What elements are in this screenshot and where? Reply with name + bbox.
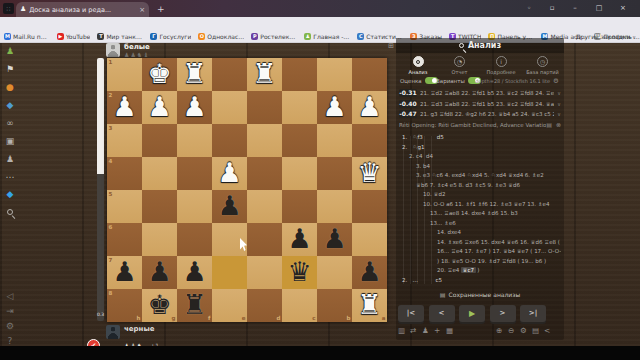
square-b1[interactable] — [317, 58, 352, 91]
white-pawn[interactable]: ♟ — [142, 91, 177, 124]
toggle-label: Оценка — [400, 78, 422, 84]
black-king[interactable]: ♚ — [142, 289, 177, 322]
bookmark-label: Госуслуги — [159, 33, 191, 40]
square-h4[interactable]: 4 — [107, 157, 142, 190]
tab-label: База партий — [522, 69, 564, 75]
white-king[interactable]: ♚ — [142, 58, 177, 91]
engine-label: depth=28 / Stockfish 16.1 lite — [470, 78, 550, 84]
bookmark-favicon: M — [4, 33, 11, 40]
move-tree-row[interactable]: 20. ♖e4 ♕c7 ) — [398, 266, 561, 276]
move-tree-row[interactable]: 1. ♘f3 d5 — [398, 133, 561, 143]
engine-eval: -0.47 — [399, 110, 417, 118]
square-f8[interactable]: f♜ — [177, 289, 212, 322]
bookmark-favicon: Р — [251, 33, 258, 40]
bookmark-item[interactable]: MMail.Ru почта — [4, 33, 50, 40]
engine-eval: -0.31 — [399, 89, 417, 97]
bookmark-item[interactable]: РРостелеком — [251, 33, 297, 40]
engine-line-2[interactable]: -0.4021. ♖d3 ♖ab8 22. ♖fd1 b5 23. ♕c2 ♖f… — [399, 99, 561, 109]
white-captured-pieces: ♟♟♞♝ — [124, 51, 150, 58]
square-b2[interactable]: ♟ — [317, 91, 352, 124]
square-a1[interactable] — [352, 58, 387, 91]
analysis-title: Анализ — [468, 41, 501, 50]
save-icon[interactable]: ▤ — [532, 326, 539, 335]
square-e1[interactable] — [212, 58, 247, 91]
bookmark-favicon: Т — [97, 33, 104, 40]
black-queen[interactable]: ♛ — [282, 256, 317, 289]
sidebar-watch-icon[interactable]: ∞ — [0, 118, 20, 128]
bookmark-label: Ростелеком — [260, 33, 297, 40]
black-pawn[interactable]: ♟ — [107, 256, 142, 289]
evaluation-bar-white — [97, 58, 104, 174]
close-button[interactable]: × — [617, 2, 629, 15]
file-label: h — [137, 315, 141, 321]
chess-board[interactable]: 1♚♜♜2♟♟♟♟♟34♟♛5♟6♟♟7♟♟♟♛♟8hg♚f♜edcba♜ — [107, 58, 387, 322]
opening-row: Réti Opening: Réti Gambit Declined, Adva… — [399, 121, 561, 128]
move-tree-row[interactable]: 2. ♘g1 — [398, 143, 561, 153]
square-a4[interactable]: ♛ — [352, 157, 387, 190]
saved-analyses-button[interactable]: ▤Сохраненные анализы — [396, 291, 564, 298]
square-h6[interactable]: 6 — [107, 223, 142, 256]
book-icon: ▤ — [546, 121, 552, 128]
square-b7[interactable] — [317, 256, 352, 289]
square-c6[interactable]: ♟ — [282, 223, 317, 256]
sidebar-social-icon[interactable]: ♟ — [0, 154, 20, 164]
chevron-down-icon: ∨ — [632, 34, 636, 40]
bookmark-favicon: O — [198, 33, 205, 40]
engine-settings-icon[interactable]: ⚙ — [553, 77, 559, 85]
browser-tab[interactable]: ♟ Доска анализа и реда... × — [16, 2, 149, 17]
square-a5[interactable] — [352, 190, 387, 223]
info-icon: i — [496, 56, 507, 67]
opening-name: Réti Opening: Réti Gambit Declined, Adva… — [399, 122, 546, 128]
square-f3[interactable] — [177, 124, 212, 157]
square-h8[interactable]: 8h — [107, 289, 142, 322]
bookmark-label: Mail.Ru почта — [13, 33, 50, 40]
disk-icon: ▤ — [440, 291, 446, 298]
share-icon[interactable]: < — [544, 326, 550, 335]
stats-icon[interactable]: ▥ — [398, 326, 405, 335]
square-f6[interactable] — [177, 223, 212, 256]
file-label: e — [242, 315, 246, 321]
black-player-avatar[interactable] — [106, 325, 120, 339]
square-a2[interactable]: ♟ — [352, 91, 387, 124]
bookmark-favicon: ▶ — [57, 33, 64, 40]
browser-toolbar: ← ↻ www.chess.com Доска анализа и редакт… — [0, 17, 640, 31]
bookmark-label: Мир танков - Бл... — [106, 33, 143, 40]
square-h2[interactable]: 2♟ — [107, 91, 142, 124]
sidebar-collapse-icon[interactable]: ⇥ — [0, 306, 20, 316]
magnifier-icon — [413, 56, 424, 67]
evaluation-bar — [97, 58, 104, 321]
move-tree-row[interactable]: 16... ♖e4 17. ♗e7 ) 17. ♕b4 ♕e7 ( 17... … — [398, 247, 561, 257]
move-tree-row[interactable]: 13... ♗e6 — [398, 219, 561, 229]
white-rook[interactable]: ♜ — [247, 58, 282, 91]
move-tree-row[interactable]: 10. ♕d2 — [398, 190, 561, 200]
white-player-name: белые — [124, 43, 150, 51]
move-tree-row[interactable]: ♕b6 7. ♗c4 e5 8. d3 ♗c5 9. ♗e3 ♕d6 — [398, 181, 561, 191]
black-pawn[interactable]: ♟ — [317, 223, 352, 256]
rank-label: 4 — [109, 158, 113, 164]
square-d6[interactable] — [247, 223, 282, 256]
square-a3[interactable] — [352, 124, 387, 157]
square-d4[interactable] — [247, 157, 282, 190]
bookmark-item[interactable]: OОдноклассники — [198, 33, 244, 40]
magnifier-icon — [459, 43, 464, 48]
profile-icon[interactable]: ◦ — [523, 2, 535, 15]
expand-line-icon[interactable]: ∨ — [557, 90, 561, 96]
prev-move-button[interactable]: < — [429, 305, 455, 322]
chesscom-favicon-icon: ♟ — [20, 6, 26, 13]
next-move-button[interactable]: > — [490, 305, 516, 322]
board-options-icon[interactable]: ⊞ — [388, 42, 394, 50]
square-c4[interactable] — [282, 157, 317, 190]
square-g1[interactable]: ♚ — [142, 58, 177, 91]
square-c2[interactable] — [282, 91, 317, 124]
square-g5[interactable] — [142, 190, 177, 223]
clock-icon: ◷ — [537, 56, 548, 67]
square-h5[interactable]: 5 — [107, 190, 142, 223]
square-b4[interactable] — [317, 157, 352, 190]
white-rook[interactable]: ♜ — [352, 289, 387, 322]
tab-close-icon[interactable]: × — [139, 6, 145, 14]
move-tree-row[interactable]: 2. c4 d4 — [398, 152, 561, 162]
analysis-tab-3[interactable]: iПодробнее — [480, 56, 522, 75]
black-pawn[interactable]: ♟ — [282, 223, 317, 256]
square-g4[interactable] — [142, 157, 177, 190]
tab-label: Анализ — [397, 69, 439, 75]
settings-icon[interactable]: ⚙ — [520, 326, 527, 335]
square-e7[interactable] — [212, 256, 247, 289]
saved-analyses-label: Сохраненные анализы — [449, 291, 521, 298]
bookmark-favicon: С — [357, 33, 364, 40]
square-d7[interactable] — [247, 256, 282, 289]
bookmark-label: YouTube — [66, 33, 90, 40]
square-d5[interactable] — [247, 190, 282, 223]
square-e5[interactable]: ♟ — [212, 190, 247, 223]
move-tree-row[interactable]: 3. e3 ♘c6 4. exd4 ♘xd4 5. ♘xd4 ♕xd4 6. ♗… — [398, 171, 561, 181]
square-f1[interactable]: ♜ — [177, 58, 212, 91]
black-pawn[interactable]: ♟ — [142, 256, 177, 289]
board-editor-icon[interactable]: ▦ — [446, 326, 453, 335]
square-e8[interactable]: e — [212, 289, 247, 322]
black-rook[interactable]: ♜ — [177, 289, 212, 322]
file-label: d — [277, 315, 281, 321]
white-queen[interactable]: ♛ — [352, 157, 387, 190]
screen: ∷ ♟ Доска анализа и реда... × + ◦ ▫ – □ … — [0, 0, 640, 360]
white-pawn[interactable]: ♟ — [177, 91, 212, 124]
bookmark-favicon: ♟ — [304, 33, 311, 40]
rank-label: 8 — [109, 290, 113, 296]
bookmark-label: Главная - Chess... — [313, 33, 350, 40]
engine-moves: 21. g3 ♖fd8 22. ♔g2 h6 23. ♕b4 a5 24. ♕c… — [420, 111, 554, 117]
move-tree-row[interactable]: 13... ♖ae8 14. dxe4 ♗d6 15. b3 — [398, 209, 561, 219]
tab-title: Доска анализа и реда... — [29, 6, 136, 14]
square-g2[interactable]: ♟ — [142, 91, 177, 124]
analysis-tab-2[interactable]: ◔Отчет — [439, 56, 481, 75]
square-c7[interactable]: ♛ — [282, 256, 317, 289]
bookmark-item[interactable]: ТМир танков - Бл... — [97, 33, 143, 40]
last-move-button[interactable]: >| — [520, 305, 546, 322]
square-f4[interactable] — [177, 157, 212, 190]
analysis-panel-header: Анализ — [396, 38, 564, 53]
move-tree-row[interactable]: 2. … c5 — [398, 276, 561, 286]
windows-taskbar: ▦ ∧▯▭◀ РУС 19:15 18.04.2024 — [0, 346, 640, 360]
white-pawn[interactable]: ♟ — [107, 91, 142, 124]
square-h3[interactable]: 3 — [107, 124, 142, 157]
engine-line-1[interactable]: -0.3121. ♖d2 ♖ab8 22. ♖fd1 b5 23. ♕c2 ♖f… — [399, 88, 561, 98]
move-tree-row[interactable]: 10. O-O a6 11. ♗f1 ♗f6 12. ♗e3 ♕e7 13. ♗… — [398, 200, 561, 210]
toggle-label: Варианты — [436, 78, 465, 84]
maximize-button[interactable]: □ — [593, 2, 605, 15]
square-g8[interactable]: g♚ — [142, 289, 177, 322]
layout-icon[interactable]: ▫ — [546, 2, 558, 15]
zoom-out-icon[interactable]: ⊖ — [508, 326, 514, 335]
white-pawn[interactable]: ♟ — [352, 91, 387, 124]
browser-tab-bar: ∷ ♟ Доска анализа и реда... × + ◦ ▫ – □ … — [0, 0, 640, 17]
flip-board-icon[interactable]: ⇄ — [410, 326, 416, 335]
square-e2[interactable] — [212, 91, 247, 124]
close-opening-icon[interactable]: ⊗ — [556, 121, 561, 128]
square-e4[interactable]: ♟ — [212, 157, 247, 190]
black-pawn[interactable]: ♟ — [212, 190, 247, 223]
square-d2[interactable] — [247, 91, 282, 124]
move-tree-row[interactable]: 14. ♗xe6 ♖xe6 15. dxe4 ♕e6 16. ♕d6 ♖e8 ( — [398, 238, 561, 248]
sidebar-help-icon[interactable]: ? — [0, 336, 20, 346]
chesscom-page: ♟⚑●◆∞▣♟⋯◆◁⇥⚙? 0.3 белые ♟♟♞♝ 1♚♜♜2♟♟♟♟♟3… — [0, 43, 640, 346]
other-bookmarks-button[interactable]: Другие закладки ∨ — [576, 33, 636, 40]
file-label: c — [312, 315, 315, 321]
engine-moves: 21. ♖d3 ♖ab8 22. ♖fd1 b5 23. ♕c2 ♖fd8 24… — [420, 101, 554, 107]
file-label: b — [347, 315, 351, 321]
black-pawn[interactable]: ♟ — [177, 256, 212, 289]
new-tab-button[interactable]: + — [157, 4, 165, 14]
square-d8[interactable]: d — [247, 289, 282, 322]
square-d3[interactable] — [247, 124, 282, 157]
rank-label: 5 — [109, 191, 113, 197]
square-a7[interactable]: ♟ — [352, 256, 387, 289]
rank-label: 6 — [109, 224, 113, 230]
toggle-1[interactable]: Оценка — [400, 77, 438, 84]
rank-label: 1 — [109, 59, 113, 65]
sidebar-news-icon[interactable]: ▣ — [0, 136, 20, 146]
square-g6[interactable] — [142, 223, 177, 256]
tab-label: Отчет — [439, 69, 481, 75]
first-move-button[interactable]: |< — [398, 305, 424, 322]
window-menu-icon[interactable]: ∷ — [3, 3, 14, 14]
gauge-icon: ◔ — [454, 56, 465, 67]
white-pawn[interactable]: ♟ — [317, 91, 352, 124]
square-c8[interactable]: c — [282, 289, 317, 322]
current-move[interactable]: ♕c7 — [461, 267, 475, 273]
pieces-icon[interactable]: ♟ — [422, 326, 429, 335]
black-pawn[interactable]: ♟ — [352, 256, 387, 289]
bookmark-item[interactable]: ГГосуслуги — [150, 33, 191, 40]
sidebar-play-icon[interactable]: ⚑ — [0, 64, 20, 74]
bookmark-item[interactable]: ▶YouTube — [57, 33, 90, 40]
move-tree-row[interactable]: 14. dxe4 — [398, 228, 561, 238]
bookmark-label: Одноклассники — [207, 33, 244, 40]
engine-eval: -0.40 — [399, 100, 417, 108]
engine-moves: 21. ♖d2 ♖ab8 22. ♖fd1 b5 23. ♕c2 ♖fd8 24… — [420, 90, 554, 96]
zoom-in-icon[interactable]: ⊕ — [496, 326, 502, 335]
black-player-name: черные — [124, 325, 154, 333]
square-b6[interactable]: ♟ — [317, 223, 352, 256]
white-player-avatar[interactable] — [106, 43, 120, 57]
square-e3[interactable] — [212, 124, 247, 157]
expand-line-icon[interactable]: ∨ — [557, 101, 561, 107]
square-c1[interactable] — [282, 58, 317, 91]
play-button[interactable]: ▶ — [459, 305, 485, 322]
square-f5[interactable] — [177, 190, 212, 223]
sidebar-more-icon[interactable]: ⋯ — [0, 172, 20, 182]
sidebar-premium-icon[interactable]: ◆ — [0, 189, 20, 199]
white-rook[interactable]: ♜ — [177, 58, 212, 91]
sidebar-search-icon[interactable] — [0, 207, 20, 217]
expand-line-icon[interactable]: ∨ — [557, 111, 561, 117]
square-g3[interactable] — [142, 124, 177, 157]
square-b3[interactable] — [317, 124, 352, 157]
add-icon[interactable]: + — [434, 326, 440, 335]
sidebar-puzzles-icon[interactable]: ● — [0, 82, 20, 92]
square-f7[interactable]: ♟ — [177, 256, 212, 289]
square-d1[interactable]: ♜ — [247, 58, 282, 91]
analysis-tab-1[interactable]: Анализ — [397, 56, 439, 75]
square-g7[interactable]: ♟ — [142, 256, 177, 289]
square-b5[interactable] — [317, 190, 352, 223]
sidebar-chesscom-pawn-icon[interactable]: ♟ — [0, 46, 20, 56]
engine-line-3[interactable]: -0.4721. g3 ♖fd8 22. ♔g2 h6 23. ♕b4 a5 2… — [399, 109, 561, 119]
bookmark-item[interactable]: ♟Главная - Chess... — [304, 33, 350, 40]
square-f2[interactable]: ♟ — [177, 91, 212, 124]
analysis-tab-4[interactable]: ◷База партий — [522, 56, 564, 75]
sidebar-learn-icon[interactable]: ◆ — [0, 100, 20, 110]
square-a8[interactable]: a♜ — [352, 289, 387, 322]
square-a6[interactable] — [352, 223, 387, 256]
white-pawn[interactable]: ♟ — [212, 157, 247, 190]
square-c3[interactable] — [282, 124, 317, 157]
move-tree-row[interactable]: ) 18. ♕e5 O-O 19. ♗d7 ♖fd8 ( 19... b6 ) — [398, 257, 561, 267]
rank-label: 3 — [109, 125, 113, 131]
minimize-button[interactable]: – — [569, 2, 581, 15]
sidebar-sound-icon[interactable]: ◁ — [0, 291, 20, 301]
other-bookmarks-label: Другие закладки — [576, 33, 630, 40]
move-tree-row[interactable]: 3. b4 — [398, 162, 561, 172]
square-c5[interactable] — [282, 190, 317, 223]
square-b8[interactable]: b — [317, 289, 352, 322]
move-tree[interactable]: 1. ♘f3 d52. ♘g12. c4 d43. b43. e3 ♘c6 4.… — [398, 133, 561, 287]
square-h1[interactable]: 1 — [107, 58, 142, 91]
sidebar-settings-icon[interactable]: ⚙ — [0, 321, 20, 331]
evaluation-label: 0.3 — [94, 312, 107, 317]
square-h7[interactable]: 7♟ — [107, 256, 142, 289]
square-e6[interactable] — [212, 223, 247, 256]
bookmark-favicon: Г — [150, 33, 157, 40]
tab-label: Подробнее — [480, 69, 522, 75]
